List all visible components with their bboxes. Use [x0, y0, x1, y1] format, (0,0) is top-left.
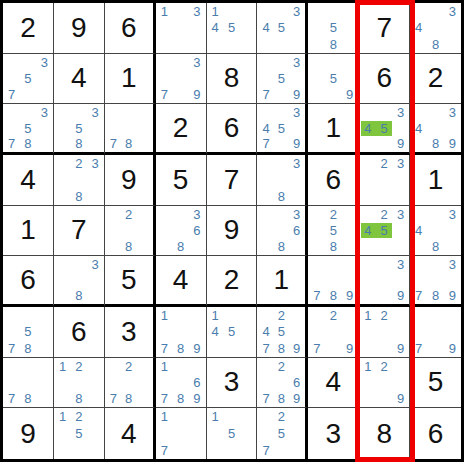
candidate-2: 2	[326, 308, 341, 324]
candidate-2: 2	[377, 308, 392, 324]
candidate-5: 5	[224, 324, 239, 340]
candidate-8: 8	[173, 390, 188, 406]
candidate-2	[428, 257, 444, 272]
candidate-8: 8	[428, 288, 444, 303]
candidate-6	[392, 121, 407, 136]
candidate-2: 2	[274, 409, 289, 425]
cell-r3c9[interactable]: 3489	[410, 104, 461, 155]
candidate-9	[239, 442, 254, 458]
candidate-7: 7	[158, 390, 173, 406]
cell-r1c3[interactable]: 6	[105, 3, 156, 54]
candidate-5	[274, 172, 289, 188]
pencil-marks: 23	[359, 155, 409, 205]
candidate-2	[121, 105, 136, 120]
pencil-marks: 129	[359, 307, 409, 357]
candidate-9: 9	[341, 340, 356, 356]
candidate-6	[136, 375, 151, 391]
cell-value: 1	[121, 64, 137, 92]
candidate-9: 9	[392, 390, 407, 406]
candidate-1	[412, 4, 428, 20]
cell-r4c6[interactable]: 38	[257, 155, 308, 206]
candidate-1	[310, 4, 325, 20]
candidate-2	[377, 257, 392, 272]
candidate-7	[412, 238, 428, 254]
candidate-3	[188, 308, 203, 324]
cell-r8c6[interactable]: 26789	[257, 358, 308, 409]
cell-r9c4[interactable]: 17	[156, 408, 207, 459]
candidate-5	[173, 20, 188, 36]
candidate-7	[107, 238, 122, 254]
cell-r4c7[interactable]: 6	[308, 155, 359, 206]
candidate-4-highlighted: 4	[361, 121, 376, 136]
candidate-5	[173, 324, 188, 340]
cell-value: 6	[428, 420, 444, 448]
candidate-2: 2	[377, 156, 392, 172]
cell-r3c5[interactable]: 6	[207, 104, 258, 155]
cell-r9c3[interactable]: 4	[105, 408, 156, 459]
candidate-7: 7	[5, 390, 20, 406]
cell-r9c6[interactable]: 257	[257, 408, 308, 459]
candidate-1: 1	[158, 359, 173, 375]
candidate-2	[20, 105, 35, 120]
cell-r4c1[interactable]: 4	[3, 155, 54, 206]
candidate-5	[71, 273, 86, 288]
cell-r4c2[interactable]: 238	[54, 155, 105, 206]
candidate-6	[188, 426, 203, 442]
cell-r3c8[interactable]: 3459	[359, 104, 410, 155]
pencil-marks: 578	[3, 307, 53, 357]
pencil-marks: 348	[410, 3, 461, 53]
candidate-1	[259, 4, 274, 20]
candidate-9: 9	[289, 136, 304, 151]
cell-r8c9[interactable]: 5	[410, 358, 461, 409]
candidate-3: 3	[289, 207, 304, 223]
candidate-4	[412, 324, 428, 340]
candidate-3	[86, 359, 101, 375]
candidate-9	[392, 238, 407, 254]
candidate-6	[188, 71, 203, 87]
candidate-8: 8	[71, 188, 86, 204]
candidate-7	[361, 136, 376, 151]
candidate-1	[107, 207, 122, 223]
candidate-8: 8	[428, 136, 444, 151]
candidate-2	[274, 105, 289, 120]
pencil-marks: 58	[308, 3, 358, 53]
candidate-3: 3	[392, 156, 407, 172]
candidate-3	[239, 308, 254, 324]
pencil-marks: 238	[54, 155, 104, 205]
candidate-7: 7	[158, 340, 173, 356]
candidate-4	[361, 273, 376, 288]
candidate-6	[86, 273, 101, 288]
cell-r6c3[interactable]: 5	[105, 256, 156, 307]
candidate-2	[274, 207, 289, 223]
cell-r6c9[interactable]: 3789	[410, 256, 461, 307]
cell-r2c7[interactable]: 59	[308, 54, 359, 105]
cell-r9c5[interactable]: 15	[207, 408, 258, 459]
candidate-8	[377, 288, 392, 303]
candidate-9	[239, 36, 254, 52]
cell-r6c6[interactable]: 1	[257, 256, 308, 307]
candidate-5	[377, 375, 392, 391]
cell-value: 7	[71, 216, 87, 244]
candidate-8: 8	[20, 390, 35, 406]
cell-r3c3[interactable]: 78	[105, 104, 156, 155]
candidate-6	[443, 324, 459, 340]
cell-r9c2[interactable]: 125	[54, 408, 105, 459]
candidate-7	[361, 188, 376, 204]
cell-r6c7[interactable]: 789	[308, 256, 359, 307]
candidate-6: 6	[188, 375, 203, 391]
cell-r7c9[interactable]: 79	[410, 307, 461, 358]
pencil-marks: 3459	[359, 104, 409, 152]
candidate-5	[377, 324, 392, 340]
candidate-3: 3	[86, 156, 101, 172]
cell-r1c6[interactable]: 345	[257, 3, 308, 54]
candidate-2	[428, 207, 444, 223]
candidate-3	[86, 409, 101, 425]
cell-r4c8[interactable]: 23	[359, 155, 410, 206]
pencil-marks: 279	[308, 307, 358, 357]
candidate-1: 1	[56, 359, 71, 375]
candidate-7: 7	[5, 136, 20, 151]
cell-r1c8[interactable]: 7	[359, 3, 410, 54]
cell-value: 6	[224, 114, 240, 142]
candidate-7	[209, 36, 224, 52]
cell-r4c3[interactable]: 9	[105, 155, 156, 206]
sudoku-app: 2961314534558734835741379835795962357835…	[0, 0, 464, 462]
cell-value: 4	[71, 64, 87, 92]
cell-r6c8[interactable]: 39	[359, 256, 410, 307]
candidate-5	[121, 121, 136, 136]
pencil-marks: 13	[156, 3, 206, 53]
pencil-marks: 245789	[257, 307, 305, 357]
cell-r3c7[interactable]: 1	[308, 104, 359, 155]
candidate-1	[259, 55, 274, 71]
cell-r2c5[interactable]: 8	[207, 54, 258, 105]
candidate-5: 5	[274, 20, 289, 36]
candidate-2	[173, 409, 188, 425]
candidate-2	[224, 409, 239, 425]
candidate-6	[289, 172, 304, 188]
candidate-5: 5	[20, 71, 35, 87]
candidate-4	[158, 324, 173, 340]
candidate-6	[86, 121, 101, 136]
cell-r2c9[interactable]: 2	[410, 54, 461, 105]
pencil-marks: 78	[105, 104, 153, 152]
candidate-9	[136, 390, 151, 406]
candidate-3	[443, 308, 459, 324]
cell-r5c7[interactable]: 258	[308, 206, 359, 257]
candidate-9: 9	[188, 86, 203, 102]
cell-r2c4[interactable]: 379	[156, 54, 207, 105]
pencil-marks: 368	[156, 206, 206, 256]
candidate-8	[274, 136, 289, 151]
cell-r7c1[interactable]: 578	[3, 307, 54, 358]
cell-r6c2[interactable]: 38	[54, 256, 105, 307]
candidate-9	[188, 442, 203, 458]
candidate-1: 1	[209, 4, 224, 20]
candidate-1	[412, 207, 428, 223]
candidate-5	[71, 375, 86, 391]
cell-r9c1[interactable]: 9	[3, 408, 54, 459]
candidate-1: 1	[158, 409, 173, 425]
cell-r8c7[interactable]: 4	[308, 358, 359, 409]
cell-r2c3[interactable]: 1	[105, 54, 156, 105]
cell-r6c1[interactable]: 6	[3, 256, 54, 307]
candidate-3: 3	[36, 105, 51, 120]
cell-value: 8	[376, 420, 392, 448]
candidate-9: 9	[188, 390, 203, 406]
candidate-7: 7	[310, 340, 325, 356]
candidate-4	[56, 121, 71, 136]
candidate-2	[274, 55, 289, 71]
cell-value: 6	[20, 266, 36, 294]
candidate-9	[239, 340, 254, 356]
candidate-4	[158, 375, 173, 391]
cell-r6c4[interactable]: 4	[156, 256, 207, 307]
candidate-8: 8	[121, 136, 136, 151]
candidate-6	[392, 375, 407, 391]
candidate-5	[428, 324, 444, 340]
candidate-2	[173, 4, 188, 20]
candidate-6	[443, 273, 459, 288]
candidate-7: 7	[259, 86, 274, 102]
pencil-marks: 357	[3, 54, 53, 104]
candidate-9	[289, 188, 304, 204]
candidate-2	[428, 308, 444, 324]
cell-r7c2[interactable]: 6	[54, 307, 105, 358]
candidate-3: 3	[86, 105, 101, 120]
candidate-8	[173, 86, 188, 102]
candidate-3: 3	[392, 257, 407, 272]
candidate-8	[224, 36, 239, 52]
pencil-marks: 278	[105, 358, 153, 408]
candidate-1	[361, 105, 376, 120]
candidate-1	[361, 257, 376, 272]
candidate-3	[36, 308, 51, 324]
candidate-9	[86, 442, 101, 458]
cell-r4c9[interactable]: 1	[410, 155, 461, 206]
cell-r9c8[interactable]: 8	[359, 408, 410, 459]
cell-r2c8[interactable]: 6	[359, 54, 410, 105]
cell-r7c4[interactable]: 1789	[156, 307, 207, 358]
candidate-6	[36, 71, 51, 87]
cell-value: 2	[173, 114, 189, 142]
cell-value: 9	[224, 216, 240, 244]
candidate-8: 8	[121, 390, 136, 406]
pencil-marks: 34579	[257, 104, 305, 152]
candidate-8	[274, 86, 289, 102]
cell-r8c4[interactable]: 16789	[156, 358, 207, 409]
candidate-1: 1	[209, 308, 224, 324]
candidate-9	[443, 36, 459, 52]
candidate-9	[86, 188, 101, 204]
candidate-4	[56, 375, 71, 391]
candidate-3	[188, 409, 203, 425]
pencil-marks: 38	[257, 155, 305, 205]
candidate-1	[259, 105, 274, 120]
cell-r5c3[interactable]: 28	[105, 206, 156, 257]
candidate-6	[36, 324, 51, 340]
candidate-8: 8	[326, 288, 341, 303]
cell-r1c4[interactable]: 13	[156, 3, 207, 54]
candidate-6	[443, 20, 459, 36]
candidate-1	[259, 156, 274, 172]
cell-r7c3[interactable]: 3	[105, 307, 156, 358]
cell-r1c9[interactable]: 348	[410, 3, 461, 54]
cell-r1c7[interactable]: 58	[308, 3, 359, 54]
candidate-8	[428, 340, 444, 356]
pencil-marks: 78	[3, 358, 53, 408]
cell-value: 1	[274, 266, 290, 294]
cell-r5c8[interactable]: 2345	[359, 206, 410, 257]
candidate-9	[36, 86, 51, 102]
candidate-2: 2	[71, 359, 86, 375]
candidate-2	[71, 105, 86, 120]
candidate-3	[136, 105, 151, 120]
candidate-9	[289, 36, 304, 52]
pencil-marks: 59	[308, 54, 358, 104]
cell-value: 4	[20, 166, 36, 194]
candidate-4	[259, 172, 274, 188]
candidate-2: 2	[274, 308, 289, 324]
pencil-marks: 789	[308, 256, 358, 304]
candidate-1	[310, 207, 325, 223]
candidate-3	[341, 257, 356, 272]
cell-r8c3[interactable]: 278	[105, 358, 156, 409]
candidate-5	[428, 121, 444, 136]
candidate-2: 2	[121, 359, 136, 375]
cell-r8c2[interactable]: 128	[54, 358, 105, 409]
candidate-3	[341, 4, 356, 20]
candidate-6	[341, 20, 356, 36]
candidate-7	[310, 86, 325, 102]
pencil-marks: 145	[207, 3, 257, 53]
cell-r5c1[interactable]: 1	[3, 206, 54, 257]
cell-r3c4[interactable]: 2	[156, 104, 207, 155]
candidate-6: 6	[289, 223, 304, 239]
cell-r3c6[interactable]: 34579	[257, 104, 308, 155]
pencil-marks: 3489	[410, 104, 461, 152]
candidate-7	[259, 188, 274, 204]
candidate-8	[20, 86, 35, 102]
cell-r2c2[interactable]: 4	[54, 54, 105, 105]
candidate-3	[36, 359, 51, 375]
pencil-marks: 129	[359, 358, 409, 408]
candidate-7	[361, 390, 376, 406]
candidate-6	[392, 273, 407, 288]
cell-r9c7[interactable]: 3	[308, 408, 359, 459]
candidate-8	[377, 340, 392, 356]
candidate-4	[310, 20, 325, 36]
cell-value: 7	[224, 166, 240, 194]
candidate-5: 5	[274, 121, 289, 136]
cell-r1c1[interactable]: 2	[3, 3, 54, 54]
cell-r8c1[interactable]: 78	[3, 358, 54, 409]
cell-r6c5[interactable]: 2	[207, 256, 258, 307]
candidate-6	[341, 223, 356, 239]
cell-r2c6[interactable]: 3579	[257, 54, 308, 105]
candidate-1	[412, 308, 428, 324]
candidate-1: 1	[158, 308, 173, 324]
cell-value: 6	[325, 166, 341, 194]
cell-r7c5[interactable]: 145	[207, 307, 258, 358]
cell-value: 7	[376, 14, 392, 42]
candidate-6	[289, 426, 304, 442]
candidate-2	[274, 4, 289, 20]
candidate-3: 3	[289, 55, 304, 71]
cell-r7c6[interactable]: 245789	[257, 307, 308, 358]
cell-r3c1[interactable]: 3578	[3, 104, 54, 155]
cell-r4c5[interactable]: 7	[207, 155, 258, 206]
candidate-7	[412, 136, 428, 151]
candidate-6	[443, 223, 459, 239]
cell-r5c9[interactable]: 348	[410, 206, 461, 257]
candidate-5: 5	[224, 20, 239, 36]
cell-value: 2	[428, 64, 444, 92]
candidate-1	[158, 207, 173, 223]
candidate-2	[20, 308, 35, 324]
cell-r7c8[interactable]: 129	[359, 307, 410, 358]
candidate-1: 1	[56, 409, 71, 425]
cell-r9c9[interactable]: 6	[410, 408, 461, 459]
cell-value: 3	[325, 420, 341, 448]
candidate-2	[428, 105, 444, 120]
cell-r3c2[interactable]: 358	[54, 104, 105, 155]
cell-r1c2[interactable]: 9	[54, 3, 105, 54]
candidate-3: 3	[443, 257, 459, 272]
candidate-6	[36, 375, 51, 391]
candidate-1	[107, 105, 122, 120]
candidate-1	[56, 257, 71, 272]
cell-r5c2[interactable]: 7	[54, 206, 105, 257]
candidate-3	[239, 409, 254, 425]
candidate-8	[377, 136, 392, 151]
cell-r2c1[interactable]: 357	[3, 54, 54, 105]
candidate-2: 2	[71, 156, 86, 172]
candidate-3: 3	[443, 4, 459, 20]
candidate-8: 8	[71, 136, 86, 151]
pencil-marks: 38	[54, 256, 104, 304]
candidate-4	[56, 273, 71, 288]
pencil-marks: 39	[359, 256, 409, 304]
candidate-6	[86, 375, 101, 391]
candidate-6	[239, 20, 254, 36]
candidate-6	[36, 121, 51, 136]
cell-r1c5[interactable]: 145	[207, 3, 258, 54]
candidate-5: 5	[71, 121, 86, 136]
candidate-8: 8	[326, 238, 341, 254]
candidate-5: 5	[71, 426, 86, 442]
candidate-8: 8	[274, 340, 289, 356]
candidate-6	[443, 121, 459, 136]
cell-r5c4[interactable]: 368	[156, 206, 207, 257]
cell-value: 9	[121, 166, 137, 194]
cell-r7c7[interactable]: 279	[308, 307, 359, 358]
candidate-4: 4	[209, 324, 224, 340]
candidate-3	[239, 4, 254, 20]
cell-r5c5[interactable]: 9	[207, 206, 258, 257]
cell-r8c5[interactable]: 3	[207, 358, 258, 409]
cell-r5c6[interactable]: 368	[257, 206, 308, 257]
candidate-5	[274, 375, 289, 391]
candidate-1	[5, 359, 20, 375]
cell-r8c8[interactable]: 129	[359, 358, 410, 409]
candidate-1	[361, 207, 376, 223]
cell-value: 4	[325, 368, 341, 396]
cell-r4c4[interactable]: 5	[156, 155, 207, 206]
